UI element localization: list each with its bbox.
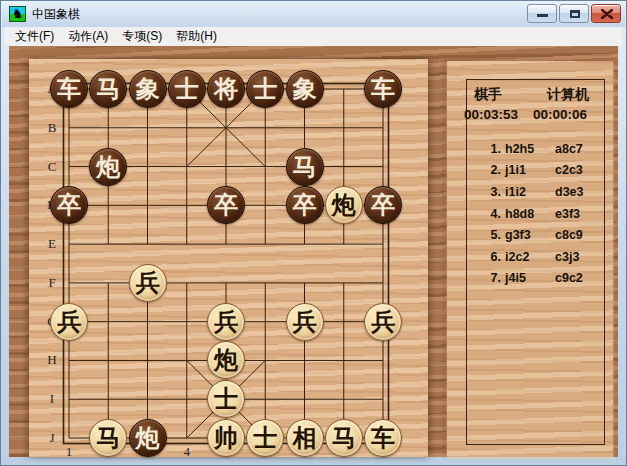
- piece-black-rook[interactable]: 车: [364, 70, 402, 108]
- piece-black-horse[interactable]: 马: [89, 70, 127, 108]
- board-cell: 兵: [285, 302, 324, 341]
- xiangqi-board[interactable]: 车马象士将士象车炮马卒卒卒炮卒兵兵兵兵兵炮士马炮帅士相马车 ABCDEFGHIJ…: [29, 59, 428, 457]
- piece-red-elephant[interactable]: 相: [286, 419, 324, 457]
- move-number: 6.: [471, 250, 501, 264]
- move-row: 5.g3f3c8c9: [471, 224, 604, 246]
- board-cell: 士: [167, 70, 206, 109]
- piece-black-horse[interactable]: 马: [286, 148, 324, 186]
- board-cell: 炮: [89, 147, 128, 186]
- red-move: h8d8: [505, 207, 555, 221]
- move-number: 1.: [471, 142, 501, 156]
- board-cell: 相: [285, 418, 324, 457]
- black-move: c8c9: [555, 228, 583, 242]
- close-button[interactable]: [591, 4, 621, 23]
- piece-red-soldier[interactable]: 兵: [286, 303, 324, 341]
- app-window: ♞ 中国象棋 文件(F) 动作(A) 专项(S) 帮助(H) 车马象士将士象车炮…: [0, 0, 627, 466]
- black-move: e3f3: [555, 207, 580, 221]
- menu-file[interactable]: 文件(F): [8, 27, 61, 46]
- black-move: c3j3: [555, 250, 579, 264]
- move-row: 1.h2h5a8c7: [471, 138, 604, 160]
- board-cell: 兵: [49, 302, 88, 341]
- title-bar: ♞ 中国象棋: [2, 1, 625, 27]
- piece-red-cannon[interactable]: 炮: [325, 186, 363, 224]
- piece-red-soldier[interactable]: 兵: [207, 303, 245, 341]
- move-number: 7.: [471, 271, 501, 285]
- piece-black-cannon[interactable]: 炮: [89, 148, 127, 186]
- piece-black-soldier[interactable]: 卒: [207, 186, 245, 224]
- piece-black-general[interactable]: 将: [207, 70, 245, 108]
- piece-red-advisor[interactable]: 士: [207, 380, 245, 418]
- move-row: 6.i2c2c3j3: [471, 246, 604, 268]
- piece-black-elephant[interactable]: 象: [286, 70, 324, 108]
- board-cell: 将: [206, 70, 245, 109]
- move-number: 3.: [471, 185, 501, 199]
- board-cell: 马: [89, 418, 128, 457]
- board-cell: 兵: [128, 263, 167, 302]
- black-move: a8c7: [555, 142, 583, 156]
- piece-black-advisor[interactable]: 士: [246, 70, 284, 108]
- move-list: 1.h2h5a8c72.j1i1c2c33.i1i2d3e34.h8d8e3f3…: [471, 138, 604, 289]
- piece-red-horse[interactable]: 马: [89, 419, 127, 457]
- piece-black-advisor[interactable]: 士: [168, 70, 206, 108]
- board-cell: 炮: [128, 418, 167, 457]
- board-cell: 象: [128, 70, 167, 109]
- move-number: 4.: [471, 207, 501, 221]
- board-cell: 兵: [363, 302, 402, 341]
- board-cell: 马: [324, 418, 363, 457]
- piece-black-soldier[interactable]: 卒: [286, 186, 324, 224]
- piece-black-rook[interactable]: 车: [50, 70, 88, 108]
- game-content: 车马象士将士象车炮马卒卒卒炮卒兵兵兵兵兵炮士马炮帅士相马车 ABCDEFGHIJ…: [9, 46, 618, 457]
- piece-red-cannon[interactable]: 炮: [207, 341, 245, 379]
- clocks: 00:03:53 00:00:06: [464, 107, 604, 122]
- red-move: j1i1: [505, 163, 555, 177]
- minimize-button[interactable]: [527, 4, 557, 23]
- red-move: j4i5: [505, 271, 555, 285]
- board-cell: 士: [246, 418, 285, 457]
- red-move: i2c2: [505, 250, 555, 264]
- board-cell: 炮: [206, 341, 245, 380]
- window-title: 中国象棋: [32, 6, 80, 23]
- board-cell: 车: [363, 70, 402, 109]
- move-row: 7.j4i5c9c2: [471, 268, 604, 290]
- board-cell: 卒: [49, 186, 88, 225]
- board-cell: 卒: [285, 186, 324, 225]
- piece-black-soldier[interactable]: 卒: [364, 186, 402, 224]
- window-controls: [527, 4, 621, 23]
- board-cell: 马: [285, 147, 324, 186]
- menu-action[interactable]: 动作(A): [61, 27, 115, 46]
- piece-red-soldier[interactable]: 兵: [364, 303, 402, 341]
- move-row: 3.i1i2d3e3: [471, 181, 604, 203]
- board-cell: 马: [89, 70, 128, 109]
- piece-red-rook[interactable]: 车: [364, 419, 402, 457]
- piece-black-cannon[interactable]: 炮: [129, 419, 167, 457]
- red-move: i1i2: [505, 185, 555, 199]
- computer-clock: 00:00:06: [533, 107, 587, 122]
- computer-label: 计算机: [547, 86, 589, 104]
- move-number: 2.: [471, 163, 501, 177]
- piece-black-soldier[interactable]: 卒: [50, 186, 88, 224]
- move-list-frame: 棋手 计算机 00:03:53 00:00:06 1.h2h5a8c72.j1i…: [466, 79, 605, 445]
- app-icon: ♞: [9, 6, 26, 22]
- board-cell: 卒: [363, 186, 402, 225]
- piece-layer: 车马象士将士象车炮马卒卒卒炮卒兵兵兵兵兵炮士马炮帅士相马车: [49, 70, 402, 458]
- move-list-panel: 棋手 计算机 00:03:53 00:00:06 1.h2h5a8c72.j1i…: [447, 61, 613, 457]
- menu-bar: 文件(F) 动作(A) 专项(S) 帮助(H): [5, 27, 622, 46]
- piece-red-advisor[interactable]: 士: [246, 419, 284, 457]
- black-move: c9c2: [555, 271, 583, 285]
- board-cell: 士: [206, 380, 245, 419]
- move-row: 2.j1i1c2c3: [471, 160, 604, 182]
- piece-red-horse[interactable]: 马: [325, 419, 363, 457]
- black-move: d3e3: [555, 185, 584, 199]
- board-cell: 炮: [324, 186, 363, 225]
- player-clock: 00:03:53: [464, 107, 518, 122]
- board-cell: 士: [246, 70, 285, 109]
- board-cell: 象: [285, 70, 324, 109]
- red-move: h2h5: [505, 142, 555, 156]
- red-move: g3f3: [505, 228, 555, 242]
- move-number: 5.: [471, 228, 501, 242]
- panel-header: 棋手 计算机: [471, 86, 604, 104]
- piece-red-soldier[interactable]: 兵: [129, 264, 167, 302]
- close-icon: [601, 9, 613, 19]
- maximize-icon: [570, 10, 580, 18]
- piece-red-soldier[interactable]: 兵: [50, 303, 88, 341]
- board-cell: 车: [49, 70, 88, 109]
- board-cell: 卒: [206, 186, 245, 225]
- board-cell: 兵: [206, 302, 245, 341]
- minimize-icon: [537, 14, 548, 17]
- piece-red-general[interactable]: 帅: [207, 419, 245, 457]
- menu-help[interactable]: 帮助(H): [169, 27, 224, 46]
- piece-black-elephant[interactable]: 象: [129, 70, 167, 108]
- board-cell: 帅: [206, 418, 245, 457]
- maximize-button[interactable]: [559, 4, 589, 23]
- menu-options[interactable]: 专项(S): [115, 27, 169, 46]
- move-row: 4.h8d8e3f3: [471, 203, 604, 225]
- player-label: 棋手: [471, 86, 547, 104]
- black-move: c2c3: [555, 163, 583, 177]
- board-cell: 车: [363, 418, 402, 457]
